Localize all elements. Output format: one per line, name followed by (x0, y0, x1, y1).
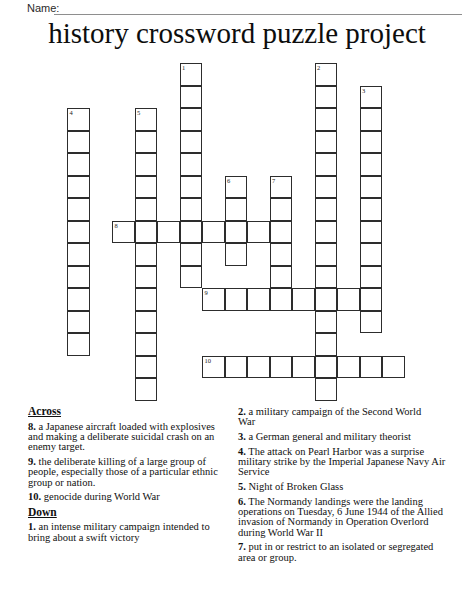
grid-void (90, 63, 113, 86)
grid-cell[interactable]: 4 (67, 108, 90, 131)
grid-void (157, 176, 180, 199)
clue-number: 7. (238, 541, 246, 552)
grid-cell[interactable] (67, 153, 90, 176)
grid-cell[interactable]: 3 (360, 86, 383, 109)
grid-void (292, 311, 315, 334)
clue-text: a German general and military theorist (249, 431, 411, 442)
grid-cell[interactable] (135, 221, 158, 244)
grid-cell[interactable] (270, 266, 293, 289)
grid-void (112, 311, 135, 334)
grid-void (67, 356, 90, 379)
grid-cell[interactable] (292, 288, 315, 311)
cell-clue-number: 6 (227, 177, 230, 184)
grid-void (157, 378, 180, 401)
clue-down-5: 5. Night of Broken Glass (238, 482, 468, 492)
grid-void (337, 243, 360, 266)
grid-cell[interactable] (382, 356, 405, 379)
grid-void (247, 153, 270, 176)
grid-cell[interactable] (315, 176, 338, 199)
grid-cell[interactable] (67, 311, 90, 334)
grid-cell[interactable]: 6 (225, 176, 248, 199)
grid-void (247, 311, 270, 334)
grid-void (292, 378, 315, 401)
grid-void (90, 266, 113, 289)
grid-void (157, 311, 180, 334)
grid-void (382, 131, 405, 154)
grid-void (180, 378, 203, 401)
grid-void (112, 86, 135, 109)
clue-number: 6. (238, 496, 246, 507)
grid-void (292, 333, 315, 356)
grid-cell[interactable] (180, 266, 203, 289)
grid-void (202, 378, 225, 401)
grid-void (157, 108, 180, 131)
grid-void (202, 108, 225, 131)
clue-across-8: 8. a Japanese aircraft loaded with explo… (28, 422, 236, 453)
grid-cell[interactable] (270, 288, 293, 311)
name-label: Name: (27, 2, 59, 14)
cell-clue-number: 4 (70, 109, 73, 116)
grid-void (225, 63, 248, 86)
clue-text: The Normandy landings were the landing o… (238, 496, 443, 538)
clue-down-4: 4. The attack on Pearl Harbor was a surp… (238, 447, 468, 478)
grid-void (382, 288, 405, 311)
grid-void (382, 378, 405, 401)
grid-void (157, 86, 180, 109)
grid-void (157, 243, 180, 266)
page-title: history crossword puzzle project (0, 17, 474, 50)
clue-down-1: 1. an intense military campaign intended… (28, 522, 236, 543)
clue-down-7: 7. put in or restrict to an isolated or … (238, 542, 468, 563)
grid-void (90, 356, 113, 379)
grid-void (202, 266, 225, 289)
grid-cell[interactable] (315, 378, 338, 401)
grid-cell[interactable] (225, 288, 248, 311)
grid-void (157, 266, 180, 289)
grid-cell[interactable] (360, 108, 383, 131)
grid-void (337, 333, 360, 356)
clue-number: 8. (28, 421, 36, 432)
cell-clue-number: 8 (115, 222, 118, 229)
grid-void (225, 311, 248, 334)
grid-cell[interactable] (315, 243, 338, 266)
grid-void (225, 266, 248, 289)
grid-void (180, 356, 203, 379)
grid-cell[interactable] (315, 311, 338, 334)
grid-void (337, 378, 360, 401)
grid-cell[interactable] (180, 131, 203, 154)
grid-cell[interactable] (135, 131, 158, 154)
grid-void (247, 243, 270, 266)
clue-number: 1. (28, 521, 36, 532)
clue-down-6: 6. The Normandy landings were the landin… (238, 497, 468, 539)
grid-void (247, 266, 270, 289)
cell-clue-number: 7 (272, 177, 275, 184)
grid-void (382, 176, 405, 199)
grid-void (90, 221, 113, 244)
grid-cell[interactable] (67, 131, 90, 154)
grid-void (247, 63, 270, 86)
grid-cell[interactable] (135, 311, 158, 334)
grid-cell[interactable] (360, 311, 383, 334)
grid-cell[interactable] (180, 198, 203, 221)
grid-cell[interactable] (67, 288, 90, 311)
grid-void (90, 86, 113, 109)
grid-cell[interactable] (247, 356, 270, 379)
clue-down-2: 2. a military campaign of the Second Wor… (238, 407, 468, 428)
grid-cell[interactable] (360, 288, 383, 311)
grid-void (247, 198, 270, 221)
grid-void (90, 131, 113, 154)
grid-void (157, 333, 180, 356)
grid-void (112, 378, 135, 401)
grid-void (202, 243, 225, 266)
grid-void (270, 378, 293, 401)
grid-cell[interactable] (67, 266, 90, 289)
grid-void (112, 153, 135, 176)
grid-cell[interactable] (225, 198, 248, 221)
clue-number: 2. (238, 406, 246, 417)
grid-void (112, 333, 135, 356)
grid-void (247, 86, 270, 109)
grid-cell[interactable] (135, 356, 158, 379)
grid-void (202, 63, 225, 86)
cell-clue-number: 10 (205, 357, 212, 364)
grid-cell[interactable] (315, 333, 338, 356)
grid-void (337, 176, 360, 199)
grid-void (112, 63, 135, 86)
grid-cell[interactable] (360, 131, 383, 154)
grid-void (180, 288, 203, 311)
grid-cell[interactable] (360, 198, 383, 221)
grid-void (135, 86, 158, 109)
grid-void (225, 333, 248, 356)
grid-void (270, 108, 293, 131)
grid-void (202, 176, 225, 199)
grid-void (202, 198, 225, 221)
grid-void (270, 311, 293, 334)
grid-void (382, 198, 405, 221)
clue-number: 9. (28, 456, 36, 467)
grid-void (135, 63, 158, 86)
grid-cell[interactable] (315, 108, 338, 131)
grid-void (157, 153, 180, 176)
grid-cell[interactable] (315, 288, 338, 311)
grid-cell[interactable] (67, 221, 90, 244)
clues-right-column: 2. a military campaign of the Second Wor… (238, 407, 468, 567)
clue-text: a Japanese aircraft loaded with explosiv… (28, 421, 215, 453)
clue-text: put in or restrict to an isolated or seg… (238, 541, 433, 562)
grid-void (337, 63, 360, 86)
clue-text: Night of Broken Glass (249, 481, 344, 492)
clue-text: a military campaign of the Second World … (238, 406, 421, 427)
grid-void (337, 198, 360, 221)
grid-void (270, 63, 293, 86)
grid-cell[interactable]: 9 (202, 288, 225, 311)
grid-void (90, 108, 113, 131)
grid-void (90, 198, 113, 221)
across-heading: Across (28, 406, 236, 418)
clue-down-3: 3. a German general and military theoris… (238, 432, 468, 442)
grid-cell[interactable] (315, 356, 338, 379)
grid-void (180, 311, 203, 334)
grid-cell[interactable] (315, 198, 338, 221)
grid-void (112, 356, 135, 379)
grid-cell[interactable]: 5 (135, 108, 158, 131)
grid-void (157, 63, 180, 86)
grid-cell[interactable] (135, 243, 158, 266)
grid-cell[interactable] (360, 176, 383, 199)
grid-void (382, 63, 405, 86)
grid-void (292, 266, 315, 289)
clue-number: 5. (238, 481, 246, 492)
grid-void (112, 131, 135, 154)
grid-cell[interactable]: 8 (112, 221, 135, 244)
grid-void (112, 176, 135, 199)
grid-cell[interactable] (67, 198, 90, 221)
clues-left-column: Across 8. a Japanese aircraft loaded wit… (28, 406, 236, 547)
grid-void (225, 86, 248, 109)
grid-void (337, 131, 360, 154)
grid-cell[interactable] (315, 153, 338, 176)
grid-cell[interactable] (270, 198, 293, 221)
grid-cell[interactable]: 7 (270, 176, 293, 199)
grid-cell[interactable] (180, 153, 203, 176)
grid-void (202, 131, 225, 154)
grid-void (112, 108, 135, 131)
grid-cell[interactable] (135, 266, 158, 289)
grid-void (382, 86, 405, 109)
clue-number: 3. (238, 431, 246, 442)
grid-void (360, 378, 383, 401)
grid-void (157, 198, 180, 221)
grid-void (90, 153, 113, 176)
grid-void (225, 378, 248, 401)
grid-void (337, 108, 360, 131)
grid-cell[interactable] (360, 153, 383, 176)
grid-void (337, 266, 360, 289)
grid-cell[interactable] (225, 243, 248, 266)
grid-cell[interactable] (135, 198, 158, 221)
grid-void (337, 221, 360, 244)
grid-cell[interactable] (292, 356, 315, 379)
grid-void (382, 153, 405, 176)
grid-void (382, 311, 405, 334)
name-blank-line[interactable] (54, 14, 462, 15)
grid-cell[interactable] (202, 221, 225, 244)
grid-cell[interactable] (225, 221, 248, 244)
grid-cell[interactable] (247, 221, 270, 244)
grid-cell[interactable] (315, 221, 338, 244)
grid-cell[interactable]: 1 (180, 63, 203, 86)
grid-void (382, 333, 405, 356)
grid-void (337, 86, 360, 109)
grid-cell[interactable] (67, 333, 90, 356)
grid-void (112, 198, 135, 221)
grid-void (292, 63, 315, 86)
grid-void (67, 63, 90, 86)
grid-void (382, 266, 405, 289)
grid-cell[interactable] (135, 153, 158, 176)
grid-cell[interactable] (315, 266, 338, 289)
grid-void (90, 311, 113, 334)
grid-void (247, 108, 270, 131)
grid-void (292, 131, 315, 154)
cell-clue-number: 9 (205, 289, 208, 296)
cell-clue-number: 5 (137, 109, 140, 116)
grid-void (90, 243, 113, 266)
grid-cell[interactable] (67, 243, 90, 266)
grid-void (292, 108, 315, 131)
grid-void (360, 63, 383, 86)
grid-cell[interactable] (315, 131, 338, 154)
crossword-grid: 12345678910 (67, 63, 405, 401)
grid-void (112, 243, 135, 266)
grid-void (202, 333, 225, 356)
clue-number: 10. (28, 491, 41, 502)
grid-void (157, 356, 180, 379)
grid-void (292, 86, 315, 109)
grid-void (382, 221, 405, 244)
clue-text: The attack on Pearl Harbor was a surpris… (238, 446, 445, 478)
grid-cell[interactable] (270, 243, 293, 266)
grid-cell[interactable] (180, 221, 203, 244)
grid-void (67, 378, 90, 401)
grid-void (270, 333, 293, 356)
grid-void (90, 378, 113, 401)
grid-cell[interactable] (180, 176, 203, 199)
grid-cell[interactable] (360, 266, 383, 289)
grid-cell[interactable] (180, 108, 203, 131)
grid-cell[interactable] (67, 176, 90, 199)
grid-void (270, 153, 293, 176)
grid-void (337, 311, 360, 334)
clue-across-10: 10. genocide during World War (28, 492, 236, 502)
cell-clue-number: 2 (317, 64, 320, 71)
grid-cell[interactable] (135, 288, 158, 311)
grid-cell[interactable] (337, 356, 360, 379)
grid-void (225, 108, 248, 131)
grid-void (247, 176, 270, 199)
grid-void (157, 288, 180, 311)
grid-void (270, 86, 293, 109)
grid-void (67, 86, 90, 109)
clue-across-9: 9. the deliberate killing of a large gro… (28, 457, 236, 488)
grid-cell[interactable] (337, 288, 360, 311)
grid-cell[interactable] (270, 221, 293, 244)
grid-void (382, 108, 405, 131)
grid-cell[interactable] (315, 86, 338, 109)
clue-text: the deliberate killing of a large group … (28, 456, 218, 488)
grid-void (90, 333, 113, 356)
grid-cell[interactable] (360, 221, 383, 244)
grid-void (157, 131, 180, 154)
clue-number: 4. (238, 446, 246, 457)
cell-clue-number: 1 (182, 64, 185, 71)
grid-void (292, 243, 315, 266)
grid-cell[interactable] (360, 243, 383, 266)
grid-void (90, 288, 113, 311)
grid-void (225, 131, 248, 154)
grid-void (247, 131, 270, 154)
grid-cell[interactable] (157, 221, 180, 244)
grid-cell[interactable] (135, 378, 158, 401)
worksheet-page: Name: history crossword puzzle project 1… (0, 0, 474, 613)
grid-cell[interactable]: 10 (202, 356, 225, 379)
grid-void (202, 311, 225, 334)
grid-cell[interactable] (180, 86, 203, 109)
grid-cell[interactable] (270, 356, 293, 379)
grid-void (292, 176, 315, 199)
grid-void (112, 266, 135, 289)
clue-text: an intense military campaign intended to… (28, 521, 210, 542)
grid-void (270, 131, 293, 154)
grid-void (202, 153, 225, 176)
grid-cell[interactable] (135, 333, 158, 356)
grid-void (247, 378, 270, 401)
grid-void (112, 288, 135, 311)
grid-void (360, 333, 383, 356)
grid-void (337, 153, 360, 176)
grid-void (382, 243, 405, 266)
grid-void (225, 153, 248, 176)
grid-void (292, 153, 315, 176)
grid-void (247, 333, 270, 356)
grid-cell[interactable]: 2 (315, 63, 338, 86)
down-heading: Down (28, 507, 236, 519)
grid-cell[interactable] (225, 356, 248, 379)
clue-text: genocide during World War (44, 491, 160, 502)
grid-void (202, 86, 225, 109)
grid-cell[interactable] (180, 243, 203, 266)
cell-clue-number: 3 (362, 87, 365, 94)
grid-cell[interactable] (360, 356, 383, 379)
grid-void (292, 221, 315, 244)
grid-void (90, 176, 113, 199)
grid-void (292, 198, 315, 221)
grid-cell[interactable] (247, 288, 270, 311)
grid-cell[interactable] (135, 176, 158, 199)
grid-void (180, 333, 203, 356)
